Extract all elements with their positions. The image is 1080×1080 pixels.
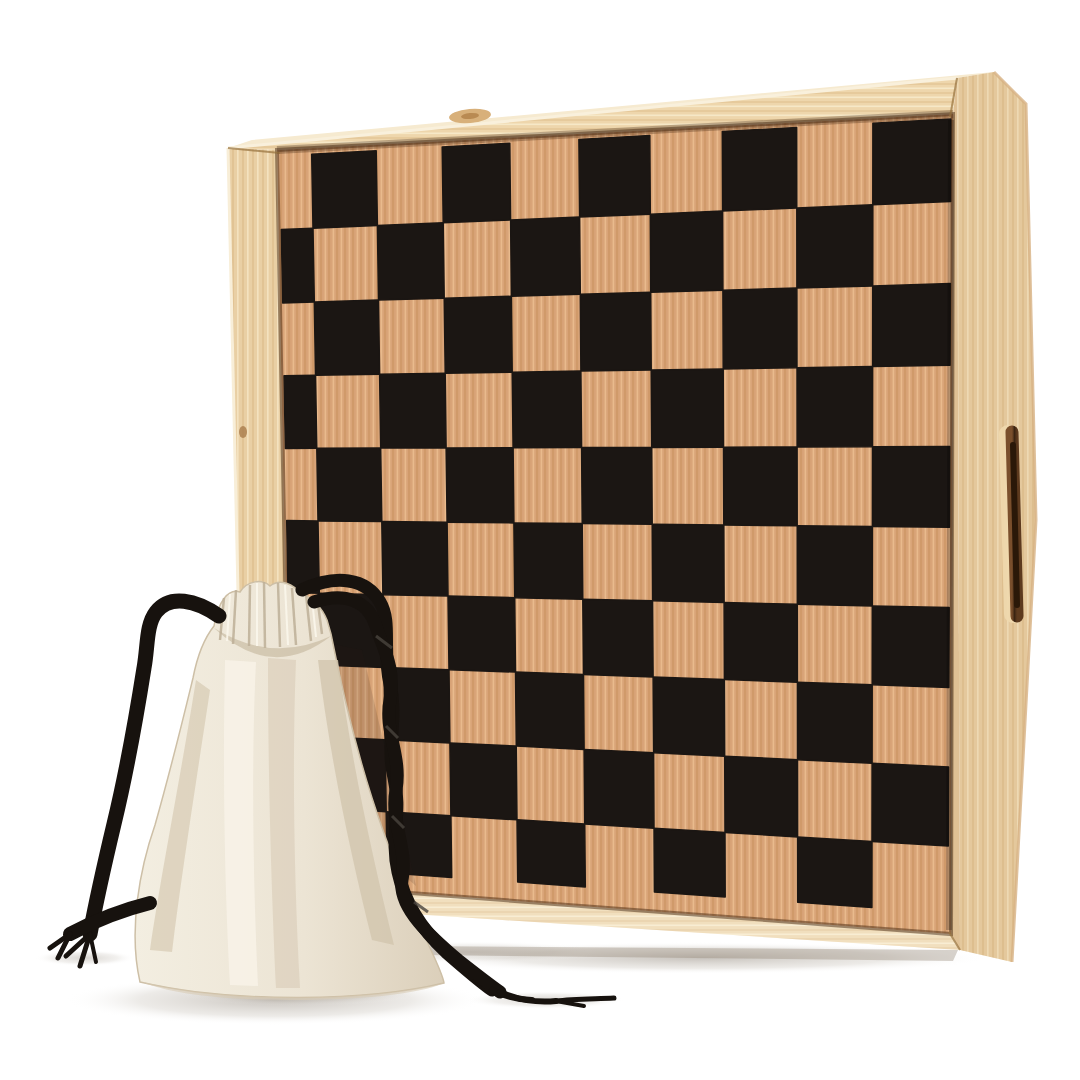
dark-square-r5c8 [724,447,798,526]
dark-square-r2c7 [650,211,723,292]
dark-square-r9c4 [450,743,517,820]
dark-square-r1c10 [873,119,951,205]
dark-square-r5c4 [446,448,514,523]
dark-square-r2c1 [281,228,314,303]
dark-square-r4c3 [380,373,447,448]
handle-slot-core [1013,445,1017,605]
dark-square-r10c9 [798,837,872,908]
dark-square-r7c6 [583,599,653,677]
dark-square-r7c4 [448,596,516,672]
dark-square-r4c7 [651,369,723,448]
dark-square-r9c10 [872,763,949,846]
dark-square-r3c4 [444,296,512,373]
wood-knot-left-rail [239,426,247,438]
tray-right-side-tint [957,72,1036,962]
dark-square-r6c3 [382,522,448,597]
dark-square-r8c9 [797,682,872,763]
dark-square-r5c6 [582,447,653,524]
dark-square-r5c2 [317,448,382,521]
dark-square-r3c10 [873,284,951,367]
dark-square-r2c5 [511,217,581,296]
dark-square-r9c8 [725,756,798,837]
dark-square-r10c5 [517,820,585,887]
scene-svg [0,0,1080,1080]
dark-square-r10c7 [654,828,725,897]
dark-square-r3c6 [580,292,651,371]
dark-square-r9c6 [584,749,654,828]
dark-square-r1c4 [442,143,510,223]
dark-square-r4c9 [797,367,873,447]
dark-square-r5c10 [872,447,949,528]
handle-slot [1008,432,1017,616]
dark-square-r7c8 [724,603,797,683]
dark-square-r8c7 [653,677,725,756]
dark-square-r4c1 [284,375,317,448]
product-photo-stage [0,0,1080,1080]
dark-square-r2c3 [377,223,444,300]
dark-square-r6c9 [797,526,872,606]
dark-square-r6c7 [652,524,724,602]
dark-square-r8c5 [516,672,585,749]
dark-square-r2c9 [797,205,873,288]
dark-square-r1c6 [579,136,650,218]
dark-square-r1c2 [312,151,378,229]
dark-square-r3c8 [723,288,797,369]
dark-square-r6c5 [514,523,583,599]
dark-square-r3c2 [314,300,379,375]
dark-square-r1c8 [722,128,797,212]
dark-square-r4c5 [512,371,581,448]
bag-fold-highlight-mid [224,660,258,986]
dark-square-r7c10 [872,606,949,688]
